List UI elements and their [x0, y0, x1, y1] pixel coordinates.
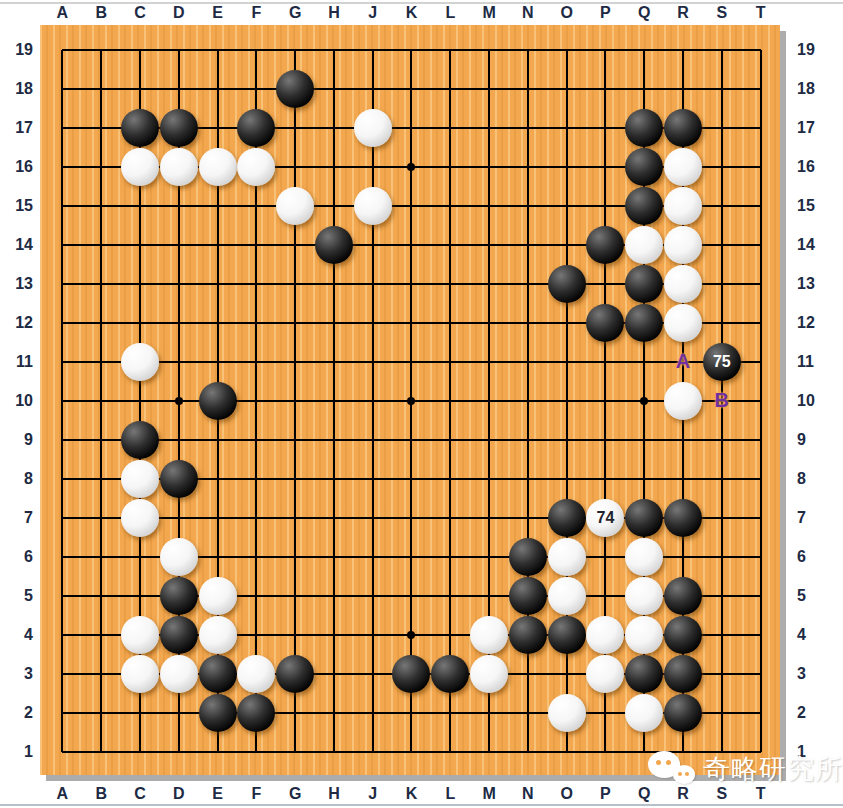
intersection-Q14[interactable] [625, 226, 664, 265]
intersection-Q8[interactable] [625, 459, 664, 498]
intersection-H19[interactable] [315, 31, 354, 70]
intersection-H17[interactable] [315, 109, 354, 148]
intersection-J4[interactable] [353, 615, 392, 654]
intersection-R10[interactable] [664, 382, 703, 421]
intersection-C10[interactable] [121, 382, 160, 421]
intersection-S8[interactable] [702, 459, 741, 498]
intersection-K17[interactable] [392, 109, 431, 148]
intersection-J7[interactable] [353, 498, 392, 537]
intersection-M6[interactable] [470, 537, 509, 576]
intersection-Q12[interactable] [625, 304, 664, 343]
intersection-F18[interactable] [237, 70, 276, 109]
intersection-L17[interactable] [431, 109, 470, 148]
intersection-S13[interactable] [702, 265, 741, 304]
intersection-R4[interactable] [664, 615, 703, 654]
intersection-Q17[interactable] [625, 109, 664, 148]
intersection-K7[interactable] [392, 498, 431, 537]
intersection-T19[interactable] [741, 31, 780, 70]
intersection-E13[interactable] [198, 265, 237, 304]
intersection-H8[interactable] [315, 459, 354, 498]
intersection-Q4[interactable] [625, 615, 664, 654]
intersection-K4[interactable] [392, 615, 431, 654]
intersection-C14[interactable] [121, 226, 160, 265]
intersection-N2[interactable] [508, 693, 547, 732]
intersection-L1[interactable] [431, 732, 470, 771]
intersection-J15[interactable] [353, 187, 392, 226]
intersection-O9[interactable] [547, 420, 586, 459]
intersection-P13[interactable] [586, 265, 625, 304]
intersection-G19[interactable] [276, 31, 315, 70]
intersection-T18[interactable] [741, 70, 780, 109]
intersection-L14[interactable] [431, 226, 470, 265]
intersection-R6[interactable] [664, 537, 703, 576]
intersection-S9[interactable] [702, 420, 741, 459]
intersection-M9[interactable] [470, 420, 509, 459]
intersection-O11[interactable] [547, 343, 586, 382]
intersection-L18[interactable] [431, 70, 470, 109]
intersection-A17[interactable] [43, 109, 82, 148]
intersection-K3[interactable] [392, 654, 431, 693]
intersection-G5[interactable] [276, 576, 315, 615]
intersection-D17[interactable] [159, 109, 198, 148]
intersection-B13[interactable] [82, 265, 121, 304]
intersection-J10[interactable] [353, 382, 392, 421]
intersection-D4[interactable] [159, 615, 198, 654]
intersection-J19[interactable] [353, 31, 392, 70]
intersection-L10[interactable] [431, 382, 470, 421]
intersection-A18[interactable] [43, 70, 82, 109]
intersection-S10[interactable]: B [702, 382, 741, 421]
intersection-C12[interactable] [121, 304, 160, 343]
intersection-A6[interactable] [43, 537, 82, 576]
intersection-B4[interactable] [82, 615, 121, 654]
intersection-L2[interactable] [431, 693, 470, 732]
intersection-P17[interactable] [586, 109, 625, 148]
intersection-A11[interactable] [43, 343, 82, 382]
intersection-Q19[interactable] [625, 31, 664, 70]
intersection-J6[interactable] [353, 537, 392, 576]
intersection-G17[interactable] [276, 109, 315, 148]
intersection-P14[interactable] [586, 226, 625, 265]
intersection-J8[interactable] [353, 459, 392, 498]
intersection-D15[interactable] [159, 187, 198, 226]
intersection-G4[interactable] [276, 615, 315, 654]
intersection-R2[interactable] [664, 693, 703, 732]
intersection-L5[interactable] [431, 576, 470, 615]
intersection-L4[interactable] [431, 615, 470, 654]
intersection-F17[interactable] [237, 109, 276, 148]
intersection-O15[interactable] [547, 187, 586, 226]
intersection-T5[interactable] [741, 576, 780, 615]
intersection-F8[interactable] [237, 459, 276, 498]
intersection-N12[interactable] [508, 304, 547, 343]
intersection-E7[interactable] [198, 498, 237, 537]
intersection-G8[interactable] [276, 459, 315, 498]
intersection-P19[interactable] [586, 31, 625, 70]
intersection-P3[interactable] [586, 654, 625, 693]
intersection-O16[interactable] [547, 148, 586, 187]
intersection-A14[interactable] [43, 226, 82, 265]
intersection-G2[interactable] [276, 693, 315, 732]
intersection-A7[interactable] [43, 498, 82, 537]
intersection-G12[interactable] [276, 304, 315, 343]
intersection-O1[interactable] [547, 732, 586, 771]
intersection-H10[interactable] [315, 382, 354, 421]
intersection-O10[interactable] [547, 382, 586, 421]
intersection-D11[interactable] [159, 343, 198, 382]
intersection-S3[interactable] [702, 654, 741, 693]
intersection-Q2[interactable] [625, 693, 664, 732]
intersection-E11[interactable] [198, 343, 237, 382]
intersection-D8[interactable] [159, 459, 198, 498]
intersection-C8[interactable] [121, 459, 160, 498]
intersection-A9[interactable] [43, 420, 82, 459]
intersection-E19[interactable] [198, 31, 237, 70]
intersection-B2[interactable] [82, 693, 121, 732]
intersection-E16[interactable] [198, 148, 237, 187]
intersection-N10[interactable] [508, 382, 547, 421]
intersection-O4[interactable] [547, 615, 586, 654]
intersection-A19[interactable] [43, 31, 82, 70]
intersection-D5[interactable] [159, 576, 198, 615]
intersection-R17[interactable] [664, 109, 703, 148]
intersection-T17[interactable] [741, 109, 780, 148]
intersection-O19[interactable] [547, 31, 586, 70]
intersection-G15[interactable] [276, 187, 315, 226]
intersection-J5[interactable] [353, 576, 392, 615]
intersection-S14[interactable] [702, 226, 741, 265]
intersection-B10[interactable] [82, 382, 121, 421]
intersection-M18[interactable] [470, 70, 509, 109]
intersection-K12[interactable] [392, 304, 431, 343]
intersection-R11[interactable]: A [664, 343, 703, 382]
intersection-E15[interactable] [198, 187, 237, 226]
intersection-J14[interactable] [353, 226, 392, 265]
intersection-T13[interactable] [741, 265, 780, 304]
intersection-F5[interactable] [237, 576, 276, 615]
intersection-B18[interactable] [82, 70, 121, 109]
intersection-F1[interactable] [237, 732, 276, 771]
intersection-G7[interactable] [276, 498, 315, 537]
intersection-M19[interactable] [470, 31, 509, 70]
intersection-M12[interactable] [470, 304, 509, 343]
intersection-E4[interactable] [198, 615, 237, 654]
intersection-C9[interactable] [121, 420, 160, 459]
intersection-G10[interactable] [276, 382, 315, 421]
intersection-R5[interactable] [664, 576, 703, 615]
intersection-H14[interactable] [315, 226, 354, 265]
intersection-C4[interactable] [121, 615, 160, 654]
intersection-O18[interactable] [547, 70, 586, 109]
intersection-Q11[interactable] [625, 343, 664, 382]
intersection-T7[interactable] [741, 498, 780, 537]
intersection-E2[interactable] [198, 693, 237, 732]
intersection-C1[interactable] [121, 732, 160, 771]
intersection-M2[interactable] [470, 693, 509, 732]
intersection-K8[interactable] [392, 459, 431, 498]
intersection-A5[interactable] [43, 576, 82, 615]
intersection-O17[interactable] [547, 109, 586, 148]
intersection-J9[interactable] [353, 420, 392, 459]
intersection-H9[interactable] [315, 420, 354, 459]
intersection-S11[interactable]: 75 [702, 343, 741, 382]
intersection-F19[interactable] [237, 31, 276, 70]
intersection-M11[interactable] [470, 343, 509, 382]
intersection-L16[interactable] [431, 148, 470, 187]
intersection-T4[interactable] [741, 615, 780, 654]
intersection-G18[interactable] [276, 70, 315, 109]
intersection-T14[interactable] [741, 226, 780, 265]
intersection-A1[interactable] [43, 732, 82, 771]
intersection-P1[interactable] [586, 732, 625, 771]
intersection-Q15[interactable] [625, 187, 664, 226]
intersection-B12[interactable] [82, 304, 121, 343]
intersection-M5[interactable] [470, 576, 509, 615]
intersection-L19[interactable] [431, 31, 470, 70]
intersection-T11[interactable] [741, 343, 780, 382]
intersection-T2[interactable] [741, 693, 780, 732]
intersection-R18[interactable] [664, 70, 703, 109]
intersection-N4[interactable] [508, 615, 547, 654]
intersection-J1[interactable] [353, 732, 392, 771]
intersection-C7[interactable] [121, 498, 160, 537]
intersection-S16[interactable] [702, 148, 741, 187]
intersection-H2[interactable] [315, 693, 354, 732]
intersection-N6[interactable] [508, 537, 547, 576]
intersection-C16[interactable] [121, 148, 160, 187]
intersection-J11[interactable] [353, 343, 392, 382]
intersection-S7[interactable] [702, 498, 741, 537]
intersection-H1[interactable] [315, 732, 354, 771]
intersection-G6[interactable] [276, 537, 315, 576]
intersection-O2[interactable] [547, 693, 586, 732]
intersection-F16[interactable] [237, 148, 276, 187]
intersection-P12[interactable] [586, 304, 625, 343]
intersection-K9[interactable] [392, 420, 431, 459]
intersection-H5[interactable] [315, 576, 354, 615]
intersection-P16[interactable] [586, 148, 625, 187]
intersection-M13[interactable] [470, 265, 509, 304]
intersection-R16[interactable] [664, 148, 703, 187]
intersection-P11[interactable] [586, 343, 625, 382]
intersection-E5[interactable] [198, 576, 237, 615]
intersection-O5[interactable] [547, 576, 586, 615]
intersection-P4[interactable] [586, 615, 625, 654]
intersection-K14[interactable] [392, 226, 431, 265]
intersection-R12[interactable] [664, 304, 703, 343]
intersection-B1[interactable] [82, 732, 121, 771]
intersection-O3[interactable] [547, 654, 586, 693]
intersection-N19[interactable] [508, 31, 547, 70]
intersection-K10[interactable] [392, 382, 431, 421]
intersection-E18[interactable] [198, 70, 237, 109]
intersection-Q18[interactable] [625, 70, 664, 109]
intersection-S2[interactable] [702, 693, 741, 732]
intersection-B15[interactable] [82, 187, 121, 226]
intersection-D18[interactable] [159, 70, 198, 109]
intersection-G11[interactable] [276, 343, 315, 382]
intersection-D16[interactable] [159, 148, 198, 187]
intersection-L6[interactable] [431, 537, 470, 576]
intersection-S5[interactable] [702, 576, 741, 615]
intersection-G3[interactable] [276, 654, 315, 693]
intersection-C17[interactable] [121, 109, 160, 148]
intersection-L9[interactable] [431, 420, 470, 459]
intersection-B9[interactable] [82, 420, 121, 459]
intersection-B17[interactable] [82, 109, 121, 148]
intersection-G13[interactable] [276, 265, 315, 304]
intersection-R8[interactable] [664, 459, 703, 498]
intersection-B7[interactable] [82, 498, 121, 537]
intersection-H15[interactable] [315, 187, 354, 226]
intersection-T15[interactable] [741, 187, 780, 226]
intersection-N8[interactable] [508, 459, 547, 498]
intersection-O6[interactable] [547, 537, 586, 576]
intersection-L7[interactable] [431, 498, 470, 537]
intersection-C13[interactable] [121, 265, 160, 304]
intersection-N14[interactable] [508, 226, 547, 265]
intersection-D13[interactable] [159, 265, 198, 304]
intersection-A8[interactable] [43, 459, 82, 498]
intersection-D1[interactable] [159, 732, 198, 771]
intersection-E10[interactable] [198, 382, 237, 421]
intersection-H7[interactable] [315, 498, 354, 537]
intersection-H4[interactable] [315, 615, 354, 654]
intersection-F6[interactable] [237, 537, 276, 576]
intersection-E14[interactable] [198, 226, 237, 265]
intersection-C11[interactable] [121, 343, 160, 382]
intersection-C15[interactable] [121, 187, 160, 226]
intersection-F9[interactable] [237, 420, 276, 459]
intersection-F12[interactable] [237, 304, 276, 343]
intersection-Q13[interactable] [625, 265, 664, 304]
intersection-K11[interactable] [392, 343, 431, 382]
intersection-P18[interactable] [586, 70, 625, 109]
intersection-J3[interactable] [353, 654, 392, 693]
intersection-P7[interactable]: 74 [586, 498, 625, 537]
intersection-F2[interactable] [237, 693, 276, 732]
intersection-P9[interactable] [586, 420, 625, 459]
intersection-L13[interactable] [431, 265, 470, 304]
intersection-C18[interactable] [121, 70, 160, 109]
intersection-T3[interactable] [741, 654, 780, 693]
intersection-L15[interactable] [431, 187, 470, 226]
intersection-A16[interactable] [43, 148, 82, 187]
intersection-N5[interactable] [508, 576, 547, 615]
intersection-K16[interactable] [392, 148, 431, 187]
intersection-B8[interactable] [82, 459, 121, 498]
intersection-D12[interactable] [159, 304, 198, 343]
intersection-D19[interactable] [159, 31, 198, 70]
intersection-T16[interactable] [741, 148, 780, 187]
intersection-P8[interactable] [586, 459, 625, 498]
intersection-B19[interactable] [82, 31, 121, 70]
intersection-C3[interactable] [121, 654, 160, 693]
intersection-E12[interactable] [198, 304, 237, 343]
intersection-Q6[interactable] [625, 537, 664, 576]
intersection-R15[interactable] [664, 187, 703, 226]
intersection-T6[interactable] [741, 537, 780, 576]
intersection-M1[interactable] [470, 732, 509, 771]
intersection-K1[interactable] [392, 732, 431, 771]
intersection-A2[interactable] [43, 693, 82, 732]
intersection-A13[interactable] [43, 265, 82, 304]
intersection-E9[interactable] [198, 420, 237, 459]
intersection-G14[interactable] [276, 226, 315, 265]
intersection-O8[interactable] [547, 459, 586, 498]
intersection-H13[interactable] [315, 265, 354, 304]
intersection-F14[interactable] [237, 226, 276, 265]
intersection-B14[interactable] [82, 226, 121, 265]
intersection-K6[interactable] [392, 537, 431, 576]
intersection-Q16[interactable] [625, 148, 664, 187]
intersection-S19[interactable] [702, 31, 741, 70]
intersection-C19[interactable] [121, 31, 160, 70]
intersection-R13[interactable] [664, 265, 703, 304]
intersection-C5[interactable] [121, 576, 160, 615]
intersection-C6[interactable] [121, 537, 160, 576]
intersection-L3[interactable] [431, 654, 470, 693]
intersection-H6[interactable] [315, 537, 354, 576]
intersection-K5[interactable] [392, 576, 431, 615]
intersection-P10[interactable] [586, 382, 625, 421]
intersection-J2[interactable] [353, 693, 392, 732]
intersection-O12[interactable] [547, 304, 586, 343]
intersection-B6[interactable] [82, 537, 121, 576]
intersection-R14[interactable] [664, 226, 703, 265]
intersection-G9[interactable] [276, 420, 315, 459]
intersection-F4[interactable] [237, 615, 276, 654]
intersection-A10[interactable] [43, 382, 82, 421]
intersection-F10[interactable] [237, 382, 276, 421]
intersection-N7[interactable] [508, 498, 547, 537]
intersection-N9[interactable] [508, 420, 547, 459]
intersection-N1[interactable] [508, 732, 547, 771]
intersection-K18[interactable] [392, 70, 431, 109]
intersection-S17[interactable] [702, 109, 741, 148]
intersection-T8[interactable] [741, 459, 780, 498]
intersection-M15[interactable] [470, 187, 509, 226]
intersection-N16[interactable] [508, 148, 547, 187]
intersection-J18[interactable] [353, 70, 392, 109]
intersection-J12[interactable] [353, 304, 392, 343]
intersection-M8[interactable] [470, 459, 509, 498]
intersection-D9[interactable] [159, 420, 198, 459]
intersection-D6[interactable] [159, 537, 198, 576]
intersection-G16[interactable] [276, 148, 315, 187]
intersection-N18[interactable] [508, 70, 547, 109]
intersection-G1[interactable] [276, 732, 315, 771]
intersection-T9[interactable] [741, 420, 780, 459]
intersection-O14[interactable] [547, 226, 586, 265]
intersection-M16[interactable] [470, 148, 509, 187]
intersection-K15[interactable] [392, 187, 431, 226]
intersection-Q7[interactable] [625, 498, 664, 537]
intersection-K13[interactable] [392, 265, 431, 304]
intersection-B16[interactable] [82, 148, 121, 187]
intersection-R3[interactable] [664, 654, 703, 693]
intersection-E17[interactable] [198, 109, 237, 148]
intersection-H12[interactable] [315, 304, 354, 343]
intersection-S18[interactable] [702, 70, 741, 109]
intersection-H16[interactable] [315, 148, 354, 187]
intersection-S6[interactable] [702, 537, 741, 576]
intersection-E3[interactable] [198, 654, 237, 693]
intersection-A3[interactable] [43, 654, 82, 693]
intersection-S12[interactable] [702, 304, 741, 343]
intersection-O7[interactable] [547, 498, 586, 537]
intersection-R7[interactable] [664, 498, 703, 537]
